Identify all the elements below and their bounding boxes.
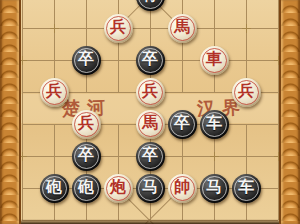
piece-black-horse[interactable]: 马 <box>200 174 229 203</box>
red-soldier-glyph: 兵 <box>40 78 69 107</box>
piece-red-soldier[interactable]: 兵 <box>72 110 101 139</box>
piece-black-soldier[interactable]: 卒 <box>168 110 197 139</box>
red-general-glyph: 帥 <box>168 174 197 203</box>
grid-file-line <box>246 124 247 220</box>
xiangqi-game-screen: 将兵馬卒卒車兵兵兵兵馬卒车卒卒砲砲炮马帥马车 楚河 汉界 <box>0 0 300 224</box>
piece-black-cannon[interactable]: 砲 <box>40 174 69 203</box>
position-marker <box>50 24 59 33</box>
black-cannon-glyph: 砲 <box>72 174 101 203</box>
piece-black-general[interactable]: 将 <box>136 0 165 11</box>
grid-file-line <box>22 0 23 220</box>
black-soldier-glyph: 卒 <box>168 110 197 139</box>
red-soldier-glyph: 兵 <box>136 78 165 107</box>
piece-red-cannon[interactable]: 炮 <box>104 174 133 203</box>
red-horse-glyph: 馬 <box>168 14 197 43</box>
piece-red-soldier[interactable]: 兵 <box>232 78 261 107</box>
black-general-glyph: 将 <box>136 0 165 11</box>
black-soldier-glyph: 卒 <box>136 46 165 75</box>
red-cannon-glyph: 炮 <box>104 174 133 203</box>
black-horse-glyph: 马 <box>136 174 165 203</box>
piece-red-horse[interactable]: 馬 <box>168 14 197 43</box>
red-horse-glyph: 馬 <box>136 110 165 139</box>
grid-file-line <box>118 124 119 220</box>
piece-red-soldier[interactable]: 兵 <box>136 78 165 107</box>
black-soldier-glyph: 卒 <box>72 46 101 75</box>
piece-black-horse[interactable]: 马 <box>136 174 165 203</box>
piece-black-soldier[interactable]: 卒 <box>136 142 165 171</box>
black-cannon-glyph: 砲 <box>40 174 69 203</box>
black-chariot-glyph: 车 <box>200 110 229 139</box>
piece-red-horse[interactable]: 馬 <box>136 110 165 139</box>
position-marker <box>242 24 251 33</box>
piece-black-soldier[interactable]: 卒 <box>72 142 101 171</box>
piece-black-chariot[interactable]: 车 <box>200 110 229 139</box>
grid-file-line <box>54 124 55 220</box>
black-horse-glyph: 马 <box>200 174 229 203</box>
red-soldier-glyph: 兵 <box>72 110 101 139</box>
red-chariot-glyph: 車 <box>200 46 229 75</box>
decorative-frame-left <box>0 0 21 224</box>
black-chariot-glyph: 车 <box>232 174 261 203</box>
black-soldier-glyph: 卒 <box>72 142 101 171</box>
piece-red-chariot[interactable]: 車 <box>200 46 229 75</box>
piece-black-chariot[interactable]: 车 <box>232 174 261 203</box>
red-soldier-glyph: 兵 <box>232 78 261 107</box>
piece-black-cannon[interactable]: 砲 <box>72 174 101 203</box>
piece-black-soldier[interactable]: 卒 <box>136 46 165 75</box>
decorative-frame-right <box>279 0 300 224</box>
piece-red-soldier[interactable]: 兵 <box>104 14 133 43</box>
position-marker <box>210 152 219 161</box>
red-soldier-glyph: 兵 <box>104 14 133 43</box>
piece-black-soldier[interactable]: 卒 <box>72 46 101 75</box>
black-soldier-glyph: 卒 <box>136 142 165 171</box>
piece-red-soldier[interactable]: 兵 <box>40 78 69 107</box>
board-bottom-edge <box>0 219 300 224</box>
piece-red-general[interactable]: 帥 <box>168 174 197 203</box>
